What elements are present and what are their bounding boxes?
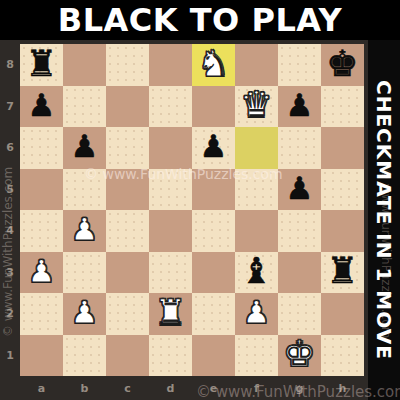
black-pawn-b6[interactable]: ♟ [71, 131, 99, 162]
square-h5[interactable] [321, 169, 364, 211]
square-c7[interactable] [106, 86, 149, 128]
file-label-f: f [235, 376, 278, 400]
square-e8[interactable]: ♞ [192, 44, 235, 86]
file-label-d: d [149, 376, 192, 400]
square-a6[interactable] [20, 127, 63, 169]
square-e1[interactable] [192, 335, 235, 377]
rank-label-5: 5 [0, 169, 20, 211]
square-a2[interactable] [20, 293, 63, 335]
square-f4[interactable] [235, 210, 278, 252]
square-c2[interactable] [106, 293, 149, 335]
square-d5[interactable] [149, 169, 192, 211]
black-rook-a8[interactable]: ♜ [25, 46, 57, 82]
square-e5[interactable] [192, 169, 235, 211]
file-label-g: g [278, 376, 321, 400]
square-a1[interactable] [20, 335, 63, 377]
board: ♜♞♚♟♛♟♟♟♟♟♟♝♜♟♜♟♚ [20, 44, 364, 376]
rank-label-8: 8 [0, 44, 20, 86]
puzzle-title: BLACK TO PLAY [58, 1, 342, 39]
file-label-c: c [106, 376, 149, 400]
black-pawn-a7[interactable]: ♟ [28, 90, 56, 121]
square-e7[interactable] [192, 86, 235, 128]
rank-labels: 87654321 [0, 44, 20, 376]
square-g5[interactable]: ♟ [278, 169, 321, 211]
title-bar: BLACK TO PLAY [0, 0, 400, 40]
square-b1[interactable] [63, 335, 106, 377]
white-pawn-f2[interactable]: ♟ [243, 297, 271, 328]
square-a3[interactable]: ♟ [20, 252, 63, 294]
square-d7[interactable] [149, 86, 192, 128]
square-g7[interactable]: ♟ [278, 86, 321, 128]
rank-label-6: 6 [0, 127, 20, 169]
square-h6[interactable] [321, 127, 364, 169]
file-labels: abcdefgh [20, 376, 364, 400]
square-d4[interactable] [149, 210, 192, 252]
white-rook-d2[interactable]: ♜ [154, 295, 186, 331]
side-banner-text: CHECKMATE IN 1 MOVE [368, 40, 400, 400]
square-b8[interactable] [63, 44, 106, 86]
black-king-h8[interactable]: ♚ [326, 46, 358, 82]
square-c5[interactable] [106, 169, 149, 211]
square-f8[interactable] [235, 44, 278, 86]
black-pawn-g7[interactable]: ♟ [286, 90, 314, 121]
square-g1[interactable]: ♚ [278, 335, 321, 377]
square-a5[interactable] [20, 169, 63, 211]
black-bishop-f3[interactable]: ♝ [240, 253, 272, 289]
square-f7[interactable]: ♛ [235, 86, 278, 128]
rank-label-2: 2 [0, 293, 20, 335]
square-b7[interactable] [63, 86, 106, 128]
white-queen-f7[interactable]: ♛ [240, 87, 272, 123]
rank-label-1: 1 [0, 335, 20, 377]
square-g4[interactable] [278, 210, 321, 252]
square-h2[interactable] [321, 293, 364, 335]
square-b3[interactable] [63, 252, 106, 294]
file-label-b: b [63, 376, 106, 400]
square-b6[interactable]: ♟ [63, 127, 106, 169]
square-a7[interactable]: ♟ [20, 86, 63, 128]
square-h3[interactable]: ♜ [321, 252, 364, 294]
rank-label-7: 7 [0, 86, 20, 128]
square-h7[interactable] [321, 86, 364, 128]
square-f6[interactable] [235, 127, 278, 169]
square-d3[interactable] [149, 252, 192, 294]
white-knight-e8[interactable]: ♞ [197, 46, 229, 82]
square-c3[interactable] [106, 252, 149, 294]
square-g6[interactable] [278, 127, 321, 169]
square-c8[interactable] [106, 44, 149, 86]
black-rook-h3[interactable]: ♜ [326, 253, 358, 289]
black-pawn-g5[interactable]: ♟ [286, 173, 314, 204]
square-e4[interactable] [192, 210, 235, 252]
square-d8[interactable] [149, 44, 192, 86]
square-c4[interactable] [106, 210, 149, 252]
square-d2[interactable]: ♜ [149, 293, 192, 335]
square-g3[interactable] [278, 252, 321, 294]
rank-label-3: 3 [0, 252, 20, 294]
square-a8[interactable]: ♜ [20, 44, 63, 86]
square-e6[interactable]: ♟ [192, 127, 235, 169]
square-f5[interactable] [235, 169, 278, 211]
white-pawn-b4[interactable]: ♟ [71, 214, 99, 245]
square-d1[interactable] [149, 335, 192, 377]
square-c6[interactable] [106, 127, 149, 169]
square-b5[interactable] [63, 169, 106, 211]
square-b2[interactable]: ♟ [63, 293, 106, 335]
square-e2[interactable] [192, 293, 235, 335]
square-g2[interactable] [278, 293, 321, 335]
white-pawn-a3[interactable]: ♟ [28, 256, 56, 287]
black-pawn-e6[interactable]: ♟ [200, 131, 228, 162]
square-f3[interactable]: ♝ [235, 252, 278, 294]
rank-label-4: 4 [0, 210, 20, 252]
white-king-g1[interactable]: ♚ [283, 336, 315, 372]
square-f2[interactable]: ♟ [235, 293, 278, 335]
white-pawn-b2[interactable]: ♟ [71, 297, 99, 328]
file-label-h: h [321, 376, 364, 400]
square-b4[interactable]: ♟ [63, 210, 106, 252]
square-g8[interactable] [278, 44, 321, 86]
square-f1[interactable] [235, 335, 278, 377]
square-a4[interactable] [20, 210, 63, 252]
square-c1[interactable] [106, 335, 149, 377]
square-h8[interactable]: ♚ [321, 44, 364, 86]
square-e3[interactable] [192, 252, 235, 294]
square-h4[interactable] [321, 210, 364, 252]
file-label-a: a [20, 376, 63, 400]
file-label-e: e [192, 376, 235, 400]
square-d6[interactable] [149, 127, 192, 169]
square-h1[interactable] [321, 335, 364, 377]
